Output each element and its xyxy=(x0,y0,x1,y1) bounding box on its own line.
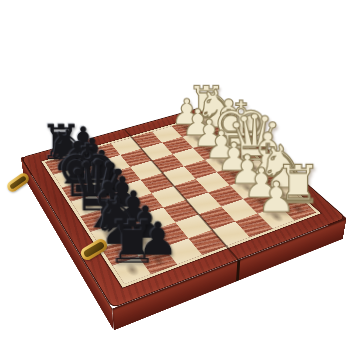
brass-latch-hole xyxy=(9,175,27,189)
white-pawn[interactable]: ♟ xyxy=(231,178,321,217)
square-a8[interactable]: ♜ xyxy=(112,256,151,284)
chess-case: ♜♞♝♛♚♝♞♜♟♟♟♟♟♟♟♟♟♟♟♟♟♟♟♟♜♞♝♛♚♝♞♜ xyxy=(21,103,347,308)
case-top-frame: ♜♞♝♛♚♝♞♜♟♟♟♟♟♟♟♟♟♟♟♟♟♟♟♟♜♞♝♛♚♝♞♜ xyxy=(21,103,347,308)
fold-seam-front xyxy=(236,259,240,282)
brass-latch xyxy=(5,171,31,194)
chess-set-photo: ♜♞♝♛♚♝♞♜♟♟♟♟♟♟♟♟♟♟♟♟♟♟♟♟♜♞♝♛♚♝♞♜ xyxy=(0,0,350,350)
